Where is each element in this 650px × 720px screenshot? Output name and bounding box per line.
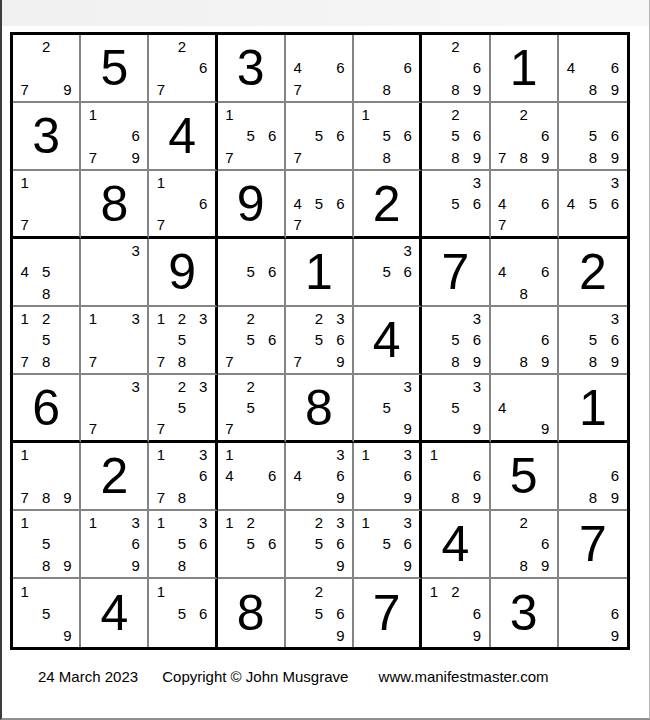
candidate-digit: 4 [560,57,582,78]
window-top-strip [2,0,649,26]
candidate-digit: 6 [604,329,626,350]
candidate-digit: 3 [125,376,146,397]
cell-r5c1: 12578 [13,307,81,375]
cell-r5c9: 35689 [559,307,627,375]
cell-r8c2: 1369 [81,511,149,579]
candidate-digit: 6 [193,533,214,554]
pencil-marks: 2357 [150,376,213,439]
cell-r5c2: 137 [81,307,149,375]
candidate-digit: 5 [240,329,261,350]
cell-r1c9: 4689 [559,35,627,103]
cell-r9c7: 1269 [422,579,490,647]
candidate-digit: 2 [172,36,193,57]
candidate-digit: 5 [172,533,193,554]
solved-digit: 9 [218,171,284,236]
cell-r1c5: 467 [286,35,354,103]
pencil-marks: 467 [287,36,351,100]
pencil-marks: 458 [14,240,78,304]
cell-r4c5: 1 [286,239,354,307]
candidate-digit: 2 [445,36,466,57]
cell-r9c4: 8 [218,579,286,647]
candidate-digit: 5 [35,533,56,554]
cell-r4c2: 3 [81,239,149,307]
cell-r6c2: 37 [81,375,149,443]
cell-r1c4: 3 [218,35,286,103]
cell-r7c4: 146 [218,443,286,511]
candidate-digit: 9 [534,351,555,372]
cell-r3c4: 9 [218,171,286,239]
candidate-digit: 2 [308,512,329,533]
cell-r6c1: 6 [13,375,81,443]
candidate-digit: 6 [397,261,418,282]
candidate-digit: 8 [513,555,534,576]
solved-digit: 9 [149,239,214,305]
cell-r2c8: 26789 [491,103,559,171]
candidate-digit: 7 [150,351,171,372]
candidate-digit: 7 [14,487,35,508]
cell-r4c7: 7 [422,239,490,307]
cell-r6c6: 359 [354,375,422,443]
candidate-digit: 9 [466,624,487,646]
candidate-digit: 6 [604,125,626,146]
candidate-digit: 9 [57,624,78,646]
candidate-digit: 1 [150,512,171,533]
cell-r2c7: 25689 [422,103,490,171]
candidate-digit: 6 [466,125,487,146]
cell-r3c7: 356 [422,171,490,239]
candidate-digit: 8 [582,147,604,168]
solved-digit: 8 [218,579,284,647]
pencil-marks: 68 [355,36,418,100]
candidate-digit: 7 [150,79,171,100]
candidate-digit: 5 [376,533,397,554]
candidate-digit: 1 [14,580,35,602]
pencil-marks: 13678 [150,444,213,508]
candidate-digit: 7 [82,351,103,372]
candidate-digit: 1 [150,444,171,465]
cell-r4c1: 458 [13,239,81,307]
pencil-marks: 4567 [287,172,351,235]
candidate-digit: 4 [287,57,308,78]
candidate-digit: 1 [14,308,35,329]
candidate-digit: 2 [35,308,56,329]
candidate-digit: 2 [445,580,466,602]
pencil-marks: 167 [150,172,213,235]
cell-r8c1: 1589 [13,511,81,579]
solved-digit: 7 [422,239,488,305]
candidate-digit: 8 [513,283,534,304]
solved-digit: 1 [286,239,352,305]
candidate-digit: 1 [14,444,35,465]
pencil-marks: 235679 [287,308,351,372]
candidate-digit: 9 [604,351,626,372]
candidate-digit: 9 [330,624,351,646]
pencil-marks: 156 [150,580,213,646]
candidate-digit: 2 [240,512,261,533]
cell-r1c6: 68 [354,35,422,103]
cell-r5c4: 2567 [218,307,286,375]
pencil-marks: 25689 [423,104,487,168]
candidate-digit: 5 [308,193,329,214]
solved-digit: 1 [491,35,557,101]
cell-r5c5: 235679 [286,307,354,375]
pencil-marks: 1679 [82,104,146,168]
cell-r8c3: 13568 [149,511,217,579]
cell-r4c6: 356 [354,239,422,307]
candidate-digit: 2 [308,308,329,329]
candidate-digit: 9 [604,79,626,100]
candidate-digit: 5 [172,602,193,624]
candidate-digit: 6 [466,465,487,486]
cell-r6c3: 2357 [149,375,217,443]
candidate-digit: 6 [125,125,146,146]
pencil-marks: 137 [82,308,146,372]
cell-r3c5: 4567 [286,171,354,239]
candidate-digit: 6 [397,125,418,146]
candidate-digit: 2 [240,376,261,397]
candidate-digit: 9 [534,555,555,576]
cell-r6c7: 359 [422,375,490,443]
solved-digit: 5 [81,35,147,101]
candidate-digit: 8 [445,487,466,508]
cell-r1c3: 267 [149,35,217,103]
candidate-digit: 9 [604,147,626,168]
pencil-marks: 1269 [423,580,487,646]
pencil-marks: 3456 [560,172,626,235]
candidate-digit: 3 [466,172,487,193]
cell-r3c2: 8 [81,171,149,239]
cell-r7c3: 13678 [149,443,217,511]
cell-r3c3: 167 [149,171,217,239]
candidate-digit: 7 [287,214,308,235]
candidate-digit: 8 [582,351,604,372]
pencil-marks: 689 [560,444,626,508]
candidate-digit: 6 [604,57,626,78]
cell-r6c4: 257 [218,375,286,443]
candidate-digit: 8 [582,79,604,100]
pencil-marks: 13568 [150,512,213,576]
pencil-marks: 23569 [287,512,351,576]
candidate-digit: 1 [150,172,171,193]
candidate-digit: 2 [513,104,534,125]
candidate-digit: 6 [397,533,418,554]
candidate-digit: 1 [423,580,444,602]
cell-r9c6: 7 [354,579,422,647]
solved-digit: 4 [354,307,419,373]
cell-r8c8: 2689 [491,511,559,579]
candidate-digit: 6 [193,193,214,214]
candidate-digit: 4 [492,397,513,418]
candidate-digit: 6 [604,465,626,486]
candidate-digit: 8 [445,147,466,168]
candidate-digit: 4 [219,465,240,486]
candidate-digit: 6 [125,533,146,554]
cell-r5c6: 4 [354,307,422,375]
candidate-digit: 8 [582,487,604,508]
candidate-digit: 5 [582,329,604,350]
pencil-marks: 35689 [423,308,487,372]
candidate-digit: 8 [35,283,56,304]
candidate-digit: 1 [355,104,376,125]
candidate-digit: 3 [193,376,214,397]
candidate-digit: 6 [330,125,351,146]
candidate-digit: 9 [57,79,78,100]
pencil-marks: 146 [219,444,283,508]
candidate-digit: 7 [150,214,171,235]
candidate-digit: 8 [35,555,56,576]
footer: 24 March 2023 Copyright © John Musgrave … [2,668,649,685]
cell-r2c9: 5689 [559,103,627,171]
pencil-marks: 1689 [423,444,487,508]
solved-digit: 4 [81,579,147,647]
candidate-digit: 3 [604,308,626,329]
cell-r3c9: 3456 [559,171,627,239]
pencil-marks: 12578 [14,308,78,372]
candidate-digit: 7 [14,351,35,372]
cell-r7c2: 2 [81,443,149,511]
candidate-digit: 7 [287,351,308,372]
solved-digit: 7 [559,511,627,577]
candidate-digit: 6 [261,533,282,554]
candidate-digit: 6 [330,57,351,78]
candidate-digit: 8 [445,79,466,100]
candidate-digit: 6 [604,602,626,624]
candidate-digit: 3 [397,376,418,397]
candidate-digit: 8 [445,351,466,372]
pencil-marks: 1789 [14,444,78,508]
candidate-digit: 7 [219,351,240,372]
candidate-digit: 6 [534,125,555,146]
candidate-digit: 9 [397,555,418,576]
candidate-digit: 1 [82,512,103,533]
cell-r2c5: 567 [286,103,354,171]
candidate-digit: 8 [172,487,193,508]
candidate-digit: 9 [466,147,487,168]
cell-r8c4: 1256 [218,511,286,579]
cell-r6c9: 1 [559,375,627,443]
cell-r9c2: 4 [81,579,149,647]
cell-r2c1: 3 [13,103,81,171]
candidate-digit: 6 [397,57,418,78]
pencil-marks: 5689 [560,104,626,168]
candidate-digit: 9 [466,487,487,508]
candidate-digit: 5 [240,261,261,282]
candidate-digit: 9 [57,487,78,508]
pencil-marks: 123578 [150,308,213,372]
candidate-digit: 5 [582,193,604,214]
candidate-digit: 3 [604,172,626,193]
cell-r9c5: 2569 [286,579,354,647]
cell-r1c1: 279 [13,35,81,103]
cell-r3c8: 467 [491,171,559,239]
candidate-digit: 7 [82,418,103,439]
candidate-digit: 6 [193,602,214,624]
pencil-marks: 468 [492,240,556,304]
pencil-marks: 17 [14,172,78,235]
candidate-digit: 6 [466,193,487,214]
candidate-digit: 1 [82,104,103,125]
pencil-marks: 356 [355,240,418,304]
candidate-digit: 6 [261,329,282,350]
pencil-marks: 267 [150,36,213,100]
pencil-marks: 356 [423,172,487,235]
cell-r4c4: 56 [218,239,286,307]
pencil-marks: 3 [82,240,146,304]
solved-digit: 2 [81,443,147,509]
candidate-digit: 6 [261,125,282,146]
candidate-digit: 3 [330,308,351,329]
candidate-digit: 9 [397,418,418,439]
pencil-marks: 49 [492,376,556,439]
cell-r2c4: 1567 [218,103,286,171]
candidate-digit: 4 [492,193,513,214]
solved-digit: 5 [491,443,557,509]
candidate-digit: 1 [14,172,35,193]
candidate-digit: 3 [125,240,146,261]
cell-r1c2: 5 [81,35,149,103]
cell-r9c8: 3 [491,579,559,647]
candidate-digit: 9 [466,351,487,372]
pencil-marks: 13569 [355,512,418,576]
candidate-digit: 5 [308,602,329,624]
candidate-digit: 6 [330,193,351,214]
candidate-digit: 9 [604,624,626,646]
pencil-marks: 2567 [219,308,283,372]
candidate-digit: 8 [172,555,193,576]
footer-copyright: Copyright © John Musgrave [162,668,348,685]
candidate-digit: 7 [82,147,103,168]
candidate-digit: 5 [172,329,193,350]
candidate-digit: 5 [240,397,261,418]
candidate-digit: 6 [534,329,555,350]
candidate-digit: 9 [466,79,487,100]
candidate-digit: 9 [57,555,78,576]
pencil-marks: 1369 [82,512,146,576]
candidate-digit: 6 [466,329,487,350]
solved-digit: 3 [13,103,79,169]
candidate-digit: 5 [445,329,466,350]
page: 2795267346768268914689316794156756715682… [0,0,650,720]
pencil-marks: 359 [423,376,487,439]
solved-digit: 7 [354,579,419,647]
candidate-digit: 1 [423,444,444,465]
pencil-marks: 2689 [492,512,556,576]
candidate-digit: 3 [397,512,418,533]
candidate-digit: 1 [14,512,35,533]
footer-website: www.manifestmaster.com [379,668,549,685]
candidate-digit: 4 [492,261,513,282]
cell-r8c9: 7 [559,511,627,579]
candidate-digit: 5 [445,193,466,214]
pencil-marks: 1567 [219,104,283,168]
cell-r1c8: 1 [491,35,559,103]
candidate-digit: 7 [150,487,171,508]
candidate-digit: 8 [376,79,397,100]
solved-digit: 2 [354,171,419,236]
cell-r4c8: 468 [491,239,559,307]
candidate-digit: 3 [125,308,146,329]
candidate-digit: 5 [376,261,397,282]
candidate-digit: 7 [150,418,171,439]
candidate-digit: 6 [466,602,487,624]
candidate-digit: 2 [172,376,193,397]
candidate-digit: 6 [534,261,555,282]
candidate-digit: 1 [150,580,171,602]
pencil-marks: 1256 [219,512,283,576]
pencil-marks: 1589 [14,512,78,576]
candidate-digit: 6 [193,57,214,78]
candidate-digit: 2 [240,308,261,329]
candidate-digit: 7 [287,79,308,100]
cell-r8c7: 4 [422,511,490,579]
candidate-digit: 3 [397,240,418,261]
solved-digit: 8 [286,375,352,440]
sudoku-board: 2795267346768268914689316794156756715682… [10,32,630,650]
candidate-digit: 3 [330,444,351,465]
footer-date: 24 March 2023 [38,668,138,685]
solved-digit: 8 [81,171,147,236]
pencil-marks: 4689 [560,36,626,100]
candidate-digit: 2 [308,580,329,602]
cell-r7c1: 1789 [13,443,81,511]
candidate-digit: 5 [376,125,397,146]
solved-digit: 3 [218,35,284,101]
candidate-digit: 2 [35,36,56,57]
candidate-digit: 6 [604,193,626,214]
candidate-digit: 5 [35,329,56,350]
candidate-digit: 2 [172,308,193,329]
candidate-digit: 4 [560,193,582,214]
solved-digit: 2 [559,239,627,305]
solved-digit: 1 [559,375,627,440]
candidate-digit: 8 [172,351,193,372]
candidate-digit: 5 [172,397,193,418]
pencil-marks: 3469 [287,444,351,508]
pencil-marks: 257 [219,376,283,439]
candidate-digit: 9 [534,418,555,439]
cell-r3c6: 2 [354,171,422,239]
candidate-digit: 1 [219,444,240,465]
candidate-digit: 1 [219,512,240,533]
cell-r5c3: 123578 [149,307,217,375]
candidate-digit: 6 [330,602,351,624]
candidate-digit: 6 [261,465,282,486]
cell-r7c5: 3469 [286,443,354,511]
candidate-digit: 8 [513,147,534,168]
cell-r7c8: 5 [491,443,559,511]
candidate-digit: 1 [355,444,376,465]
candidate-digit: 2 [513,512,534,533]
candidate-digit: 6 [534,193,555,214]
cell-r9c9: 69 [559,579,627,647]
candidate-digit: 6 [397,465,418,486]
candidate-digit: 7 [219,418,240,439]
cell-r2c6: 1568 [354,103,422,171]
cell-r5c8: 689 [491,307,559,375]
cell-r7c9: 689 [559,443,627,511]
cell-r8c6: 13569 [354,511,422,579]
pencil-marks: 689 [492,308,556,372]
candidate-digit: 4 [287,193,308,214]
candidate-digit: 5 [308,533,329,554]
pencil-marks: 1568 [355,104,418,168]
candidate-digit: 5 [582,125,604,146]
solved-digit: 4 [149,103,214,169]
pencil-marks: 56 [219,240,283,304]
candidate-digit: 4 [14,261,35,282]
candidate-digit: 7 [14,214,35,235]
cell-r2c3: 4 [149,103,217,171]
